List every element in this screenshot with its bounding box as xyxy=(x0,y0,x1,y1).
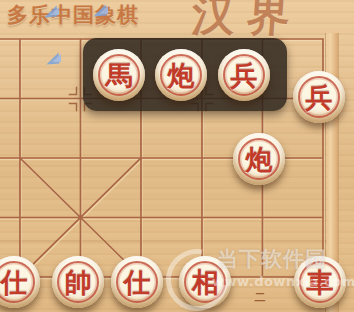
piece-character: 炮 xyxy=(246,146,273,173)
blue-marker-icon xyxy=(46,53,61,66)
xiangqi-board: 汉界 馬炮兵兵炮仕帥仕相車 多乐中国象棋 二 当下软件园 www.downxia… xyxy=(0,0,354,312)
blue-marker-icon xyxy=(44,6,59,19)
tray-piece-cannon[interactable]: 炮 xyxy=(155,49,207,101)
piece-advisor[interactable]: 仕 xyxy=(111,256,163,308)
piece-character: 兵 xyxy=(306,84,333,111)
tray-piece-horse[interactable]: 馬 xyxy=(93,49,145,101)
watermark-url: www.downxia.com xyxy=(212,274,354,289)
app-title: 多乐中国象棋 xyxy=(7,1,139,29)
watermark-site-name: 当下软件园 xyxy=(217,245,327,273)
piece-character: 帥 xyxy=(65,269,92,296)
piece-character: 仕 xyxy=(1,269,28,296)
piece-character: 兵 xyxy=(231,62,258,89)
blue-marker-icon xyxy=(93,5,108,18)
piece-character: 仕 xyxy=(124,269,151,296)
piece-character: 炮 xyxy=(168,62,195,89)
piece-soldier[interactable]: 兵 xyxy=(293,71,345,123)
file-number-label: 二 xyxy=(246,290,274,305)
piece-cannon[interactable]: 炮 xyxy=(233,133,285,185)
tray-piece-soldier[interactable]: 兵 xyxy=(218,49,270,101)
piece-character: 馬 xyxy=(106,62,133,89)
piece-general[interactable]: 帥 xyxy=(52,256,104,308)
